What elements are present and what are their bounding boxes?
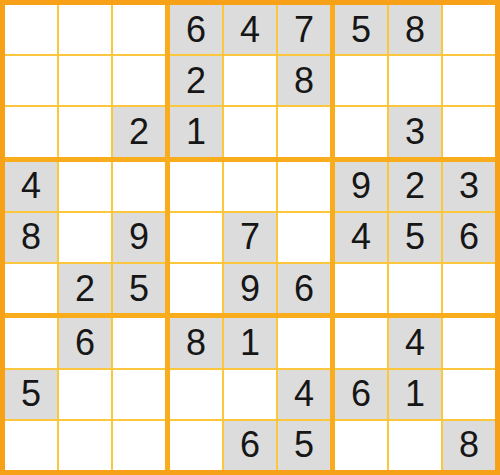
cell-r1c6-given: 7: [278, 5, 330, 54]
cell-r2c6-given: 8: [278, 56, 330, 105]
cell-r4c5-empty[interactable]: [224, 162, 276, 211]
cell-r8c2-empty[interactable]: [59, 370, 111, 419]
cell-r4c8-given: 2: [389, 162, 441, 211]
cell-r9c3-empty[interactable]: [113, 421, 165, 470]
cell-r2c3-empty[interactable]: [113, 56, 165, 105]
cell-r7c3-empty[interactable]: [113, 318, 165, 367]
sudoku-box-2: 647281: [170, 5, 330, 157]
cell-r3c2-empty[interactable]: [59, 107, 111, 156]
cell-r1c7-given: 5: [335, 5, 387, 54]
cell-r2c1-empty[interactable]: [5, 56, 57, 105]
cell-r1c1-empty[interactable]: [5, 5, 57, 54]
cell-r4c9-given: 3: [443, 162, 495, 211]
cell-r2c9-empty[interactable]: [443, 56, 495, 105]
cell-r7c4-given: 8: [170, 318, 222, 367]
cell-r8c6-given: 4: [278, 370, 330, 419]
sudoku-box-4: 48925: [5, 162, 165, 314]
cell-r6c7-empty[interactable]: [335, 264, 387, 313]
cell-r5c1-given: 8: [5, 213, 57, 262]
cell-r5c6-empty[interactable]: [278, 213, 330, 262]
sudoku-box-8: 81465: [170, 318, 330, 470]
cell-r3c5-empty[interactable]: [224, 107, 276, 156]
cell-r9c6-given: 5: [278, 421, 330, 470]
cell-r5c5-given: 7: [224, 213, 276, 262]
cell-r6c4-empty[interactable]: [170, 264, 222, 313]
cell-r1c3-empty[interactable]: [113, 5, 165, 54]
cell-r3c4-given: 1: [170, 107, 222, 156]
cell-r3c1-empty[interactable]: [5, 107, 57, 156]
cell-r6c1-empty[interactable]: [5, 264, 57, 313]
cell-r8c9-empty[interactable]: [443, 370, 495, 419]
cell-r8c1-given: 5: [5, 370, 57, 419]
cell-r7c6-empty[interactable]: [278, 318, 330, 367]
cell-r6c6-given: 6: [278, 264, 330, 313]
sudoku-box-7: 65: [5, 318, 165, 470]
cell-r9c8-empty[interactable]: [389, 421, 441, 470]
cell-r9c1-empty[interactable]: [5, 421, 57, 470]
cell-r1c4-given: 6: [170, 5, 222, 54]
cell-r6c3-given: 5: [113, 264, 165, 313]
cell-r1c8-given: 8: [389, 5, 441, 54]
cell-r9c2-empty[interactable]: [59, 421, 111, 470]
cell-r1c2-empty[interactable]: [59, 5, 111, 54]
cell-r3c6-empty[interactable]: [278, 107, 330, 156]
cell-r8c3-empty[interactable]: [113, 370, 165, 419]
cell-r5c3-given: 9: [113, 213, 165, 262]
cell-r3c9-empty[interactable]: [443, 107, 495, 156]
cell-r2c5-empty[interactable]: [224, 56, 276, 105]
cell-r2c4-given: 2: [170, 56, 222, 105]
cell-r4c2-empty[interactable]: [59, 162, 111, 211]
cell-r2c7-empty[interactable]: [335, 56, 387, 105]
cell-r2c2-empty[interactable]: [59, 56, 111, 105]
cell-r4c3-empty[interactable]: [113, 162, 165, 211]
cell-r7c8-given: 4: [389, 318, 441, 367]
cell-r3c8-given: 3: [389, 107, 441, 156]
cell-r8c4-empty[interactable]: [170, 370, 222, 419]
cell-r7c7-empty[interactable]: [335, 318, 387, 367]
sudoku-boxes: 26472815834892579692345665814654618: [5, 5, 495, 470]
sudoku-box-1: 2: [5, 5, 165, 157]
cell-r5c2-empty[interactable]: [59, 213, 111, 262]
cell-r5c7-given: 4: [335, 213, 387, 262]
sudoku-board: 26472815834892579692345665814654618: [0, 0, 500, 475]
cell-r9c9-given: 8: [443, 421, 495, 470]
cell-r5c9-given: 6: [443, 213, 495, 262]
cell-r4c6-empty[interactable]: [278, 162, 330, 211]
cell-r1c5-given: 4: [224, 5, 276, 54]
cell-r7c1-empty[interactable]: [5, 318, 57, 367]
cell-r4c4-empty[interactable]: [170, 162, 222, 211]
cell-r6c9-empty[interactable]: [443, 264, 495, 313]
cell-r4c1-given: 4: [5, 162, 57, 211]
sudoku-box-3: 583: [335, 5, 495, 157]
cell-r2c8-empty[interactable]: [389, 56, 441, 105]
cell-r3c3-given: 2: [113, 107, 165, 156]
cell-r9c4-empty[interactable]: [170, 421, 222, 470]
cell-r5c4-empty[interactable]: [170, 213, 222, 262]
cell-r3c7-empty[interactable]: [335, 107, 387, 156]
cell-r4c7-given: 9: [335, 162, 387, 211]
cell-r1c9-empty[interactable]: [443, 5, 495, 54]
sudoku-box-5: 796: [170, 162, 330, 314]
cell-r7c2-given: 6: [59, 318, 111, 367]
cell-r6c2-given: 2: [59, 264, 111, 313]
cell-r8c5-empty[interactable]: [224, 370, 276, 419]
cell-r6c8-empty[interactable]: [389, 264, 441, 313]
cell-r5c8-given: 5: [389, 213, 441, 262]
cell-r8c7-given: 6: [335, 370, 387, 419]
cell-r7c5-given: 1: [224, 318, 276, 367]
cell-r9c7-empty[interactable]: [335, 421, 387, 470]
cell-r8c8-given: 1: [389, 370, 441, 419]
cell-r6c5-given: 9: [224, 264, 276, 313]
sudoku-box-6: 923456: [335, 162, 495, 314]
sudoku-box-9: 4618: [335, 318, 495, 470]
cell-r9c5-given: 6: [224, 421, 276, 470]
cell-r7c9-empty[interactable]: [443, 318, 495, 367]
